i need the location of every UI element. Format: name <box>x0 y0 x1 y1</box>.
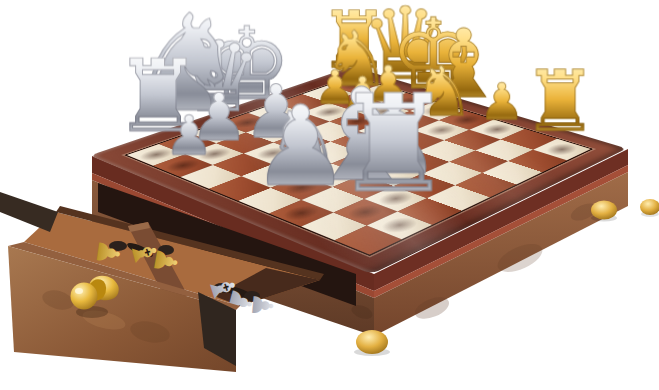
board-scene: ♜♞♛♚♜♟♟♟♞♟♟♟♛♚♞♞♝♟♟♝♟♜♜ <box>0 0 659 390</box>
piece-gold-rook-h1: ♜ <box>523 59 598 143</box>
piece-silver-rook-b1: ♜ <box>333 78 453 212</box>
board-grid: ♜♞♛♚♜♟♟♟♞♟♟♟♛♚♞♞♝♟♟♝♟♜♜ <box>127 77 591 255</box>
piece-silver-pawn-a7: ♟ <box>164 109 213 164</box>
piece-gold-pawn-h3: ♟ <box>479 77 524 128</box>
chess-board: ♜♞♛♚♜♟♟♟♞♟♟♟♛♚♞♞♝♟♟♝♟♜♜ <box>90 67 627 275</box>
chess-set-photo: ♟ ♝ ♟ ♝ ♟ ♟ ♜♞♛♚♜♟♟♟♞♟♟♟♛♚♞♞♝♟♟♝♟♜ <box>0 0 659 390</box>
